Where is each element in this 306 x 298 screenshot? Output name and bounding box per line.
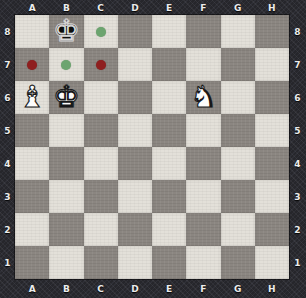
file-label-d: D [118,279,152,298]
square-b3[interactable] [49,180,83,213]
rank-labels-right: 87654321 [289,15,306,279]
square-e7[interactable] [152,48,186,81]
file-label-e: E [152,279,186,298]
green-dot-annotation [96,27,106,37]
file-label-d: D [118,0,152,15]
square-b8[interactable]: ♚ [49,15,83,48]
square-c5[interactable] [84,114,118,147]
square-e5[interactable] [152,114,186,147]
rank-label-7: 7 [289,48,306,81]
green-dot-annotation [61,60,71,70]
square-d8[interactable] [118,15,152,48]
file-label-f: F [186,279,220,298]
file-label-c: C [84,0,118,15]
square-c3[interactable] [84,180,118,213]
square-f3[interactable] [186,180,220,213]
square-e2[interactable] [152,213,186,246]
rank-label-1: 1 [289,246,306,279]
rank-label-3: 3 [0,180,15,213]
rank-label-3: 3 [289,180,306,213]
square-c4[interactable] [84,147,118,180]
square-h7[interactable] [255,48,289,81]
file-label-g: G [221,0,255,15]
file-label-f: F [186,0,220,15]
square-f7[interactable] [186,48,220,81]
black-king[interactable]: ♚ [53,16,80,46]
square-e1[interactable] [152,246,186,279]
rank-label-2: 2 [0,213,15,246]
square-g1[interactable] [221,246,255,279]
square-d5[interactable] [118,114,152,147]
square-c7[interactable] [84,48,118,81]
rank-label-8: 8 [0,15,15,48]
square-d1[interactable] [118,246,152,279]
white-knight[interactable]: ♞ [190,82,217,112]
board-frame: ABCDEFGH ABCDEFGH 87654321 87654321 ♚♝♚♞ [0,0,306,298]
square-b4[interactable] [49,147,83,180]
square-g3[interactable] [221,180,255,213]
square-a5[interactable] [15,114,49,147]
white-bishop[interactable]: ♝ [19,82,46,112]
file-label-g: G [221,279,255,298]
rank-label-4: 4 [0,147,15,180]
rank-label-1: 1 [0,246,15,279]
file-label-h: H [255,279,289,298]
square-e8[interactable] [152,15,186,48]
file-labels-bottom: ABCDEFGH [15,279,289,298]
square-g2[interactable] [221,213,255,246]
square-e3[interactable] [152,180,186,213]
square-c2[interactable] [84,213,118,246]
file-label-e: E [152,0,186,15]
square-e6[interactable] [152,81,186,114]
square-g8[interactable] [221,15,255,48]
square-e4[interactable] [152,147,186,180]
square-h1[interactable] [255,246,289,279]
square-a1[interactable] [15,246,49,279]
white-king[interactable]: ♚ [53,82,80,112]
square-f1[interactable] [186,246,220,279]
square-d4[interactable] [118,147,152,180]
square-h6[interactable] [255,81,289,114]
square-f4[interactable] [186,147,220,180]
rank-label-6: 6 [0,81,15,114]
square-h4[interactable] [255,147,289,180]
file-label-h: H [255,0,289,15]
rank-labels-left: 87654321 [0,15,15,279]
file-label-b: B [49,279,83,298]
rank-label-8: 8 [289,15,306,48]
square-c6[interactable] [84,81,118,114]
chess-board: ♚♝♚♞ [15,15,289,279]
square-g6[interactable] [221,81,255,114]
square-f6[interactable]: ♞ [186,81,220,114]
square-b5[interactable] [49,114,83,147]
square-g5[interactable] [221,114,255,147]
rank-label-7: 7 [0,48,15,81]
square-h8[interactable] [255,15,289,48]
rank-label-6: 6 [289,81,306,114]
square-g4[interactable] [221,147,255,180]
square-d7[interactable] [118,48,152,81]
square-h3[interactable] [255,180,289,213]
square-b2[interactable] [49,213,83,246]
red-dot-annotation [96,60,106,70]
square-f8[interactable] [186,15,220,48]
square-a3[interactable] [15,180,49,213]
square-f5[interactable] [186,114,220,147]
file-label-a: A [15,279,49,298]
square-h5[interactable] [255,114,289,147]
square-d3[interactable] [118,180,152,213]
square-b1[interactable] [49,246,83,279]
square-g7[interactable] [221,48,255,81]
square-a8[interactable] [15,15,49,48]
square-b7[interactable] [49,48,83,81]
rank-label-5: 5 [0,114,15,147]
red-dot-annotation [27,60,37,70]
rank-label-2: 2 [289,213,306,246]
square-h2[interactable] [255,213,289,246]
square-a6[interactable]: ♝ [15,81,49,114]
square-b6[interactable]: ♚ [49,81,83,114]
rank-label-5: 5 [289,114,306,147]
square-c8[interactable] [84,15,118,48]
file-label-a: A [15,0,49,15]
rank-label-4: 4 [289,147,306,180]
square-a2[interactable] [15,213,49,246]
square-a7[interactable] [15,48,49,81]
square-d6[interactable] [118,81,152,114]
square-f2[interactable] [186,213,220,246]
square-a4[interactable] [15,147,49,180]
square-c1[interactable] [84,246,118,279]
square-d2[interactable] [118,213,152,246]
file-label-c: C [84,279,118,298]
